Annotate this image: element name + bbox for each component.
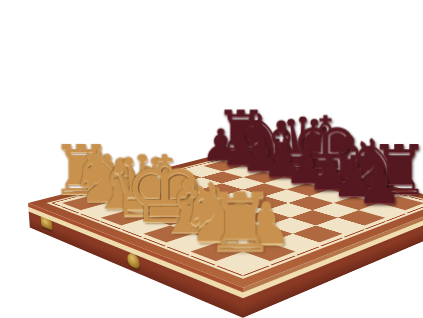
brass-hinge-icon: [41, 217, 53, 231]
board-frame: ♜♞♝♛♚♝♞♜♟♟♟♟♟♟♟♟♟♟♟♟♟♟♟♟♜♞♝♛♚♝♞♜: [28, 148, 423, 287]
chess-set-photo-scene: ♜♞♝♛♚♝♞♜♟♟♟♟♟♟♟♟♟♟♟♟♟♟♟♟♜♞♝♛♚♝♞♜: [0, 0, 423, 318]
brass-clasp-icon: [127, 252, 140, 271]
white-rook[interactable]: ♜: [180, 185, 299, 262]
chess-board: ♜♞♝♛♚♝♞♜♟♟♟♟♟♟♟♟♟♟♟♟♟♟♟♟♜♞♝♛♚♝♞♜: [28, 148, 423, 287]
black-pawn[interactable]: ♟: [328, 162, 423, 211]
